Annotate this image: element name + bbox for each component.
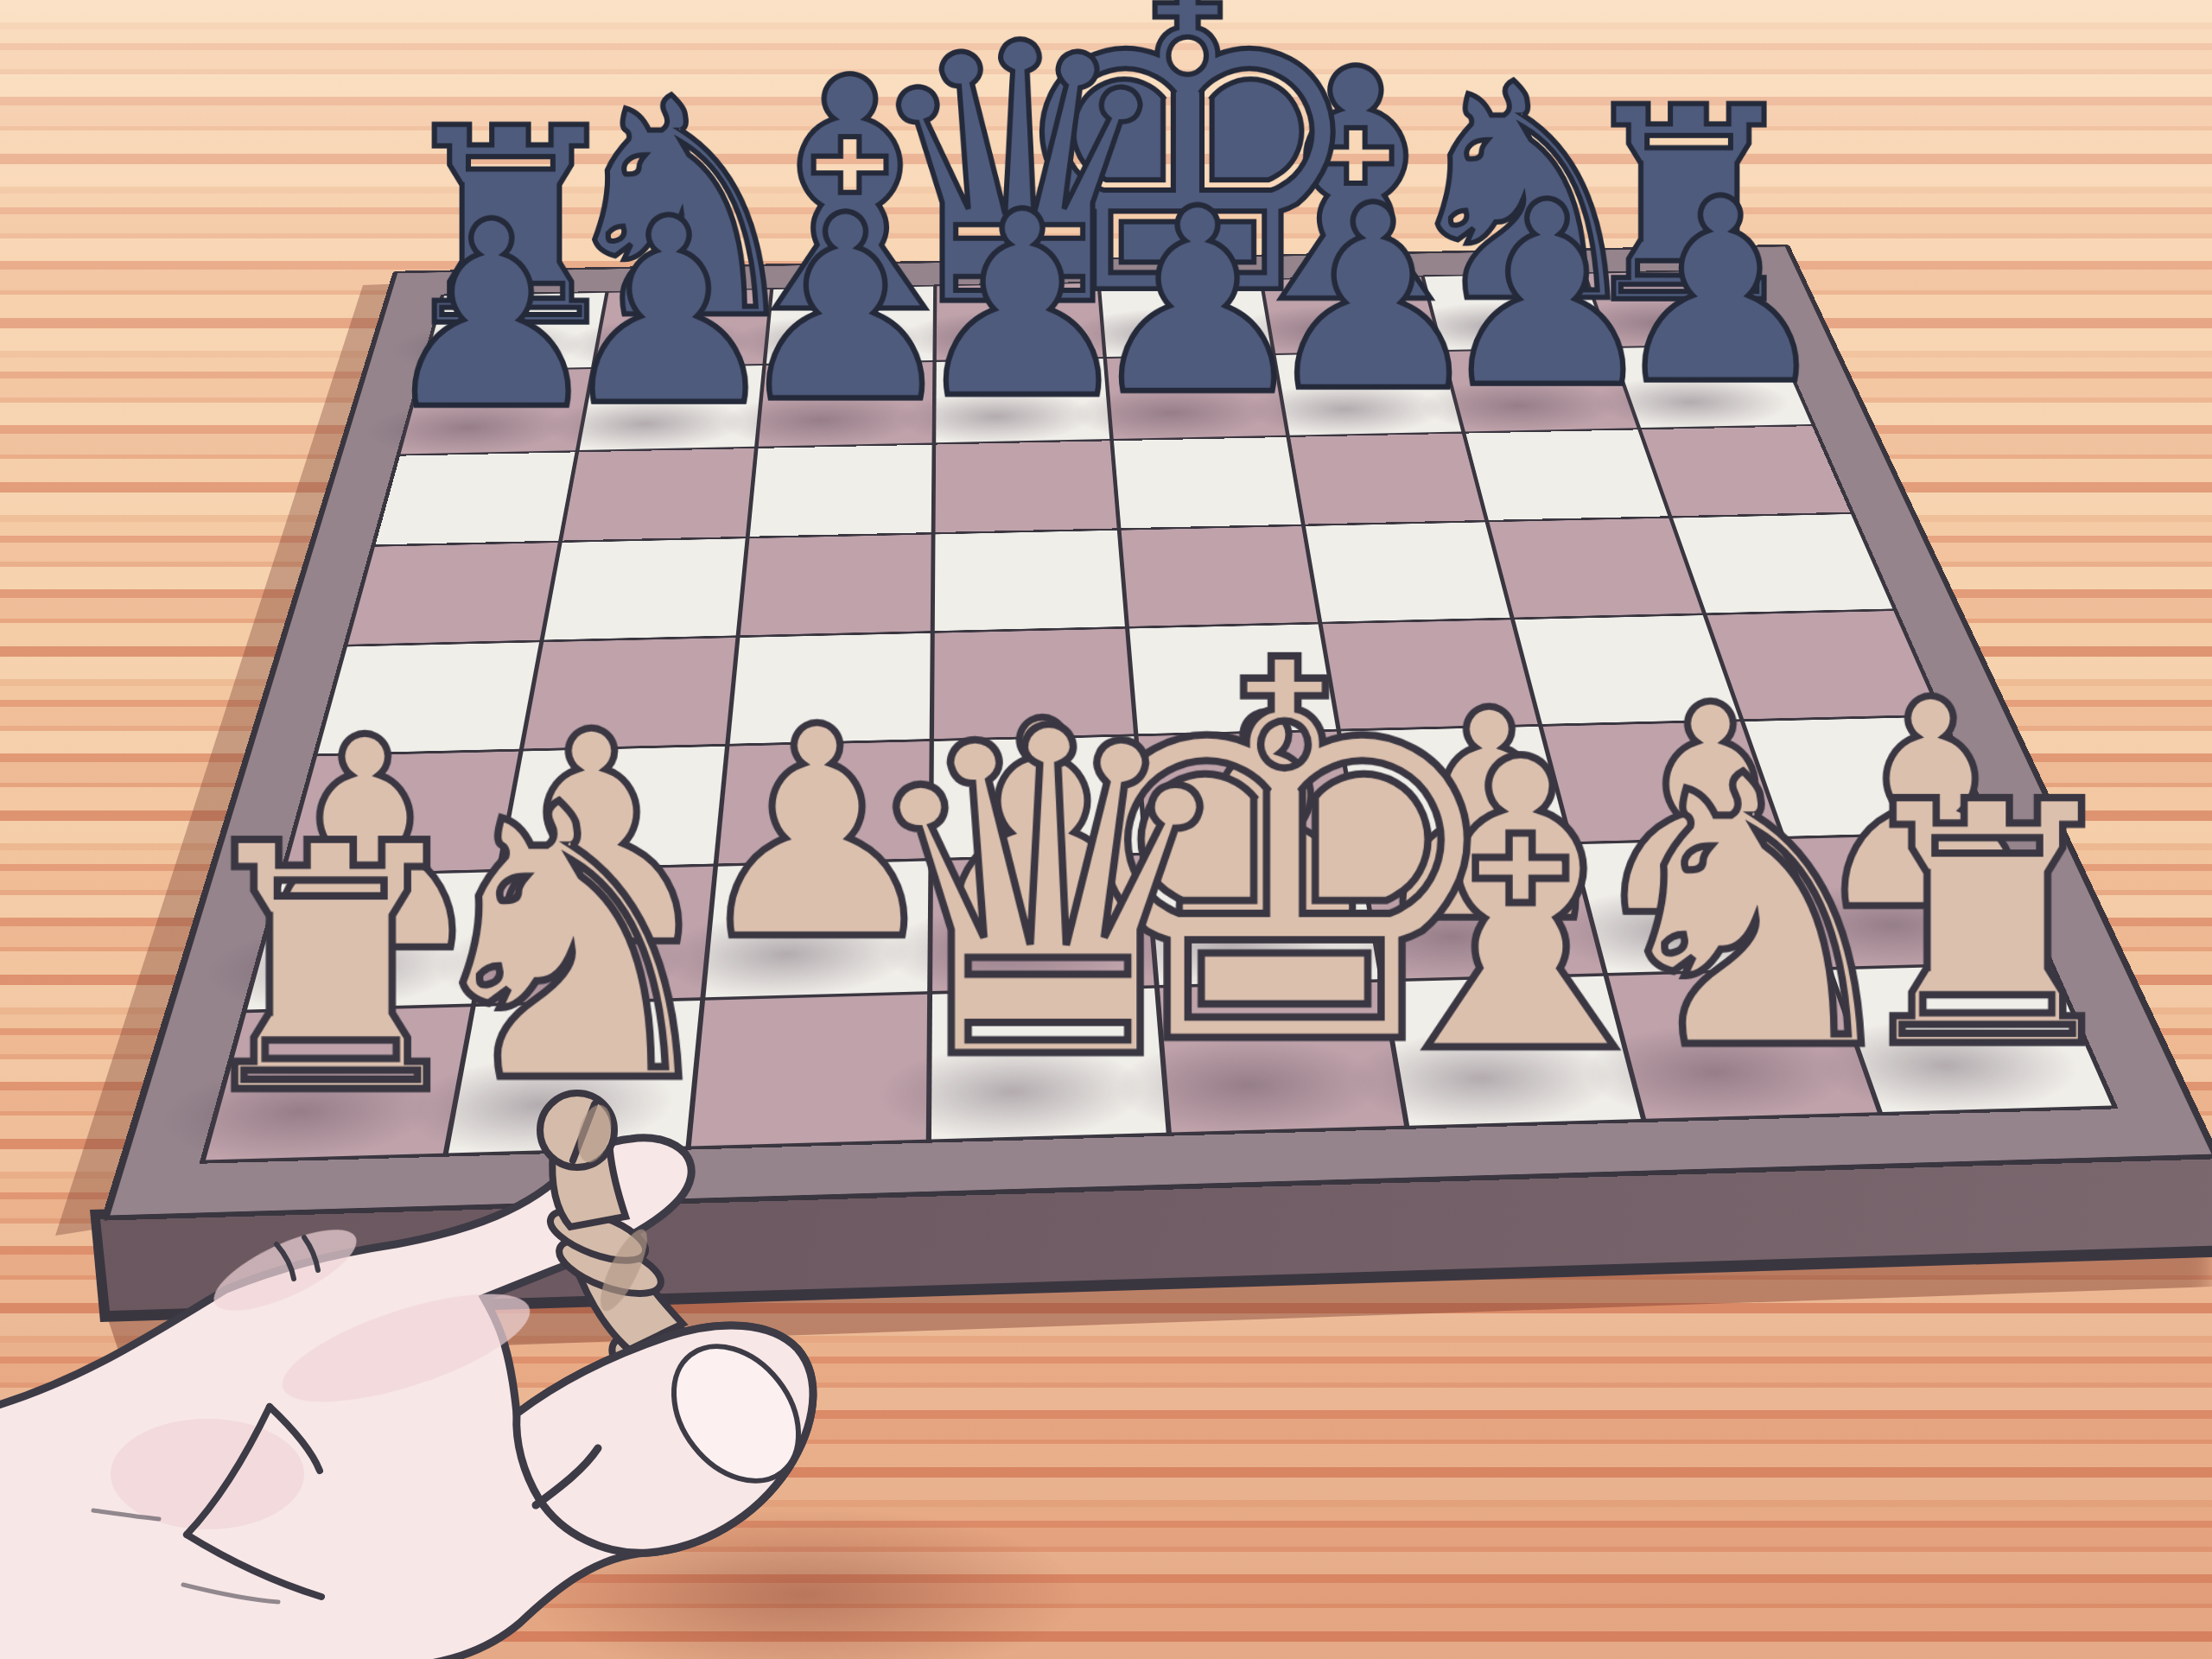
square-a5 [348, 543, 558, 644]
board-perspective-wrapper: ♜♞♝♛♚♝♞♜♟♟♟♟♟♟♟♟♟♟♟♟♟♟♟♟♜♞♛♚♝♞♜ [284, 0, 1969, 1470]
piece-white-queen-d1: ♛ [846, 684, 1249, 1111]
square-h5 [1673, 514, 1893, 613]
board-grid: ♜♞♝♛♚♝♞♜♟♟♟♟♟♟♟♟♟♟♟♟♟♟♟♟♜♞♛♚♝♞♜ [200, 269, 2119, 1164]
piece-black-pawn-a7: ♟ [377, 195, 607, 439]
square-b1: ♞ [448, 1001, 699, 1154]
square-a1: ♜ [206, 1007, 471, 1160]
square-f6 [1290, 434, 1484, 524]
square-b5 [544, 538, 745, 639]
square-b7: ♟ [580, 365, 762, 450]
piece-white-rook-a1: ♜ [177, 808, 483, 1132]
chess-board: ♜♞♝♛♚♝♞♜♟♟♟♟♟♟♟♟♟♟♟♟♟♟♟♟♜♞♛♚♝♞♜ [101, 245, 2212, 1221]
square-c6 [749, 445, 931, 537]
square-e6 [1113, 437, 1300, 528]
square-b6 [563, 448, 753, 541]
square-d6 [936, 441, 1117, 532]
square-a6 [376, 452, 575, 544]
square-h6 [1642, 426, 1851, 516]
square-g5 [1490, 518, 1702, 618]
square-c5 [740, 535, 931, 635]
square-g6 [1466, 429, 1669, 520]
